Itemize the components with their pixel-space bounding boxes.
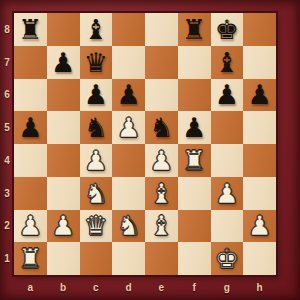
square-h4[interactable] <box>243 144 276 177</box>
square-h8[interactable] <box>243 13 276 46</box>
square-c8[interactable]: ♝ <box>80 13 113 46</box>
square-f8[interactable]: ♜ <box>178 13 211 46</box>
square-h6[interactable]: ♟ <box>243 79 276 112</box>
file-label-f: f <box>178 277 211 297</box>
square-e8[interactable] <box>145 13 178 46</box>
rank-label-8: 8 <box>0 13 14 46</box>
square-a1[interactable]: ♜ <box>14 242 47 275</box>
square-f4[interactable]: ♜ <box>178 144 211 177</box>
square-c1[interactable] <box>80 242 113 275</box>
square-a8[interactable]: ♜ <box>14 13 47 46</box>
piece-black-pawn[interactable]: ♟ <box>18 114 42 141</box>
file-label-a: a <box>14 277 47 297</box>
square-g4[interactable] <box>211 144 244 177</box>
square-e5[interactable]: ♞ <box>145 111 178 144</box>
piece-white-bishop[interactable]: ♝ <box>149 180 173 207</box>
piece-white-queen[interactable]: ♛ <box>84 212 108 239</box>
piece-white-pawn[interactable]: ♟ <box>248 212 272 239</box>
square-f3[interactable] <box>178 177 211 210</box>
piece-black-bishop[interactable]: ♝ <box>84 16 108 43</box>
piece-white-knight[interactable]: ♞ <box>84 180 108 207</box>
square-b4[interactable] <box>47 144 80 177</box>
chess-board-frame: ♜♝♜♚♟♛♝♟♟♟♟♟♞♟♞♟♟♟♜♞♝♟♟♟♛♞♝♟♜♚ 87654321 … <box>0 0 300 300</box>
square-b2[interactable]: ♟ <box>47 210 80 243</box>
square-b8[interactable] <box>47 13 80 46</box>
piece-black-pawn[interactable]: ♟ <box>84 81 108 108</box>
piece-white-pawn[interactable]: ♟ <box>215 180 239 207</box>
square-a6[interactable] <box>14 79 47 112</box>
piece-black-rook[interactable]: ♜ <box>182 16 206 43</box>
square-g6[interactable]: ♟ <box>211 79 244 112</box>
square-e6[interactable] <box>145 79 178 112</box>
square-h5[interactable] <box>243 111 276 144</box>
piece-black-rook[interactable]: ♜ <box>18 16 42 43</box>
square-g2[interactable] <box>211 210 244 243</box>
square-g7[interactable]: ♝ <box>211 46 244 79</box>
square-a4[interactable] <box>14 144 47 177</box>
square-f2[interactable] <box>178 210 211 243</box>
square-c5[interactable]: ♞ <box>80 111 113 144</box>
square-c3[interactable]: ♞ <box>80 177 113 210</box>
file-label-e: e <box>145 277 178 297</box>
square-d2[interactable]: ♞ <box>112 210 145 243</box>
rank-label-5: 5 <box>0 111 14 144</box>
file-label-c: c <box>80 277 113 297</box>
piece-black-pawn[interactable]: ♟ <box>51 49 75 76</box>
piece-black-pawn[interactable]: ♟ <box>117 81 141 108</box>
square-b5[interactable] <box>47 111 80 144</box>
piece-white-pawn[interactable]: ♟ <box>149 147 173 174</box>
rank-label-2: 2 <box>0 210 14 243</box>
square-f1[interactable] <box>178 242 211 275</box>
square-e4[interactable]: ♟ <box>145 144 178 177</box>
piece-white-pawn[interactable]: ♟ <box>18 212 42 239</box>
piece-white-rook[interactable]: ♜ <box>182 147 206 174</box>
square-e7[interactable] <box>145 46 178 79</box>
square-c4[interactable]: ♟ <box>80 144 113 177</box>
file-label-d: d <box>112 277 145 297</box>
square-e3[interactable]: ♝ <box>145 177 178 210</box>
file-label-g: g <box>211 277 244 297</box>
square-g5[interactable] <box>211 111 244 144</box>
square-c2[interactable]: ♛ <box>80 210 113 243</box>
square-a3[interactable] <box>14 177 47 210</box>
square-d4[interactable] <box>112 144 145 177</box>
file-label-h: h <box>243 277 276 297</box>
piece-black-pawn[interactable]: ♟ <box>182 114 206 141</box>
square-h1[interactable] <box>243 242 276 275</box>
square-f5[interactable]: ♟ <box>178 111 211 144</box>
square-b1[interactable] <box>47 242 80 275</box>
piece-white-pawn[interactable]: ♟ <box>84 147 108 174</box>
square-g1[interactable]: ♚ <box>211 242 244 275</box>
square-e1[interactable] <box>145 242 178 275</box>
square-d8[interactable] <box>112 13 145 46</box>
rank-label-3: 3 <box>0 177 14 210</box>
square-b7[interactable]: ♟ <box>47 46 80 79</box>
piece-white-pawn[interactable]: ♟ <box>51 212 75 239</box>
square-h2[interactable]: ♟ <box>243 210 276 243</box>
square-a5[interactable]: ♟ <box>14 111 47 144</box>
piece-white-king[interactable]: ♚ <box>215 245 239 272</box>
square-f6[interactable] <box>178 79 211 112</box>
chess-board: ♜♝♜♚♟♛♝♟♟♟♟♟♞♟♞♟♟♟♜♞♝♟♟♟♛♞♝♟♜♚ <box>14 13 276 275</box>
square-b3[interactable] <box>47 177 80 210</box>
piece-white-pawn[interactable]: ♟ <box>117 114 141 141</box>
rank-label-7: 7 <box>0 46 14 79</box>
square-c7[interactable]: ♛ <box>80 46 113 79</box>
piece-black-bishop[interactable]: ♝ <box>215 49 239 76</box>
square-a2[interactable]: ♟ <box>14 210 47 243</box>
square-e2[interactable]: ♝ <box>145 210 178 243</box>
square-g3[interactable]: ♟ <box>211 177 244 210</box>
square-d1[interactable] <box>112 242 145 275</box>
piece-white-knight[interactable]: ♞ <box>117 212 141 239</box>
square-h7[interactable] <box>243 46 276 79</box>
square-a7[interactable] <box>14 46 47 79</box>
rank-label-1: 1 <box>0 242 14 275</box>
piece-black-pawn[interactable]: ♟ <box>215 81 239 108</box>
piece-white-rook[interactable]: ♜ <box>18 245 42 272</box>
square-d7[interactable] <box>112 46 145 79</box>
square-d5[interactable]: ♟ <box>112 111 145 144</box>
square-d3[interactable] <box>112 177 145 210</box>
piece-black-king[interactable]: ♚ <box>215 16 239 43</box>
piece-black-queen[interactable]: ♛ <box>84 49 108 76</box>
square-h3[interactable] <box>243 177 276 210</box>
piece-black-pawn[interactable]: ♟ <box>248 81 272 108</box>
square-c6[interactable]: ♟ <box>80 79 113 112</box>
file-label-b: b <box>47 277 80 297</box>
piece-white-bishop[interactable]: ♝ <box>149 212 173 239</box>
rank-label-6: 6 <box>0 79 14 112</box>
piece-black-knight[interactable]: ♞ <box>84 114 108 141</box>
rank-label-4: 4 <box>0 144 14 177</box>
square-f7[interactable] <box>178 46 211 79</box>
square-g8[interactable]: ♚ <box>211 13 244 46</box>
square-d6[interactable]: ♟ <box>112 79 145 112</box>
square-b6[interactable] <box>47 79 80 112</box>
piece-black-knight[interactable]: ♞ <box>149 114 173 141</box>
